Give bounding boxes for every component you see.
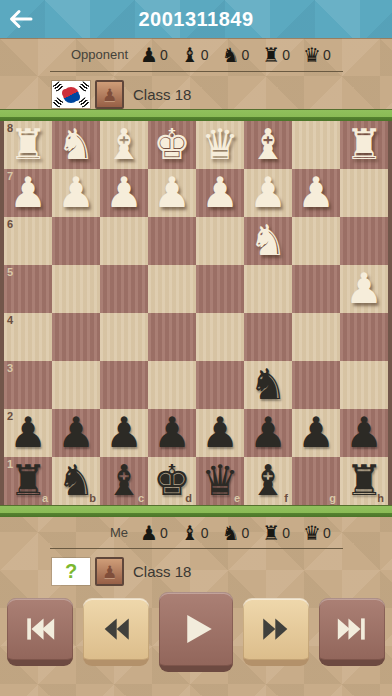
rewind-button[interactable] [83, 598, 149, 666]
pawn-avatar-icon: ♟ [102, 85, 117, 105]
square-c3[interactable] [100, 361, 148, 409]
square-h1[interactable]: h♜ [340, 457, 388, 505]
file-label: c [138, 492, 144, 504]
square-f1[interactable]: f♝ [244, 457, 292, 505]
me-captured-tray: ♟0♝0♞0♜0♛0 [140, 523, 331, 543]
captured-count: 0 [282, 525, 290, 541]
fast-forward-icon [258, 612, 294, 646]
file-label: b [89, 492, 96, 504]
square-b6[interactable] [52, 217, 100, 265]
square-g5[interactable] [292, 265, 340, 313]
square-a7[interactable]: 7♟ [4, 169, 52, 217]
skip-to-start-icon [22, 612, 58, 646]
rank-label: 1 [7, 458, 13, 470]
square-c7[interactable]: ♟ [100, 169, 148, 217]
piece-wP[interactable]: ♟ [9, 169, 47, 217]
square-c8[interactable]: ♝ [100, 121, 148, 169]
piece-bP[interactable]: ♟ [249, 409, 287, 457]
me-class-label: Class 18 [133, 563, 191, 580]
square-d3[interactable] [148, 361, 196, 409]
rook-icon: ♜ [262, 523, 280, 543]
piece-wR[interactable]: ♜ [9, 121, 47, 169]
square-f3[interactable]: ♞ [244, 361, 292, 409]
square-e2[interactable]: ♟ [196, 409, 244, 457]
square-b4[interactable] [52, 313, 100, 361]
square-g2[interactable]: ♟ [292, 409, 340, 457]
piece-bP[interactable]: ♟ [345, 409, 383, 457]
piece-wP[interactable]: ♟ [249, 169, 287, 217]
square-g7[interactable]: ♟ [292, 169, 340, 217]
square-d2[interactable]: ♟ [148, 409, 196, 457]
captured-rook: ♜0 [262, 523, 290, 543]
skip-to-start-button[interactable] [7, 598, 73, 666]
queen-icon: ♛ [303, 523, 321, 543]
flag-trigram [53, 97, 64, 107]
square-c5[interactable] [100, 265, 148, 313]
chess-app-screen: 2001311849 Opponent ♟0♝0♞0♜0♛0 ♟ Class 1… [0, 0, 392, 696]
piece-bN[interactable]: ♞ [249, 361, 287, 409]
queen-icon: ♛ [303, 45, 321, 65]
square-e4[interactable] [196, 313, 244, 361]
piece-wQ[interactable]: ♛ [201, 121, 239, 169]
file-label: f [284, 492, 288, 504]
rank-label: 7 [7, 170, 13, 182]
flag-trigram [79, 81, 90, 91]
captured-knight: ♞0 [221, 45, 249, 65]
square-h5[interactable]: ♟ [340, 265, 388, 313]
captured-count: 0 [201, 525, 209, 541]
opponent-avatar: ♟ [95, 80, 124, 109]
pawn-icon: ♟ [140, 45, 158, 65]
rewind-icon [98, 612, 134, 646]
square-c2[interactable]: ♟ [100, 409, 148, 457]
rank-label: 3 [7, 362, 13, 374]
me-avatar: ♟ [95, 557, 124, 586]
opponent-captured-row: Opponent ♟0♝0♞0♜0♛0 [0, 38, 392, 71]
square-a3[interactable]: 3 [4, 361, 52, 409]
square-f8[interactable]: ♝ [244, 121, 292, 169]
piece-wN[interactable]: ♞ [249, 217, 287, 265]
piece-wR[interactable]: ♜ [345, 121, 383, 169]
square-e3[interactable] [196, 361, 244, 409]
captured-count: 0 [160, 525, 168, 541]
replay-controls [0, 586, 392, 675]
bishop-icon: ♝ [181, 523, 199, 543]
square-g1[interactable]: g [292, 457, 340, 505]
rank-label: 2 [7, 410, 13, 422]
square-h2[interactable]: ♟ [340, 409, 388, 457]
opponent-captured-tray: ♟0♝0♞0♜0♛0 [140, 45, 331, 65]
square-a6[interactable]: 6 [4, 217, 52, 265]
piece-wB[interactable]: ♝ [105, 121, 143, 169]
square-g4[interactable] [292, 313, 340, 361]
piece-wN[interactable]: ♞ [57, 121, 95, 169]
square-e5[interactable] [196, 265, 244, 313]
board-bottom-border [0, 505, 392, 517]
square-e8[interactable]: ♛ [196, 121, 244, 169]
me-label: Me [48, 525, 128, 540]
play-button[interactable] [159, 592, 233, 672]
pawn-avatar-icon: ♟ [102, 562, 117, 582]
square-f4[interactable] [244, 313, 292, 361]
square-b7[interactable]: ♟ [52, 169, 100, 217]
fast-forward-button[interactable] [243, 598, 309, 666]
captured-queen: ♛0 [303, 45, 331, 65]
square-a1[interactable]: 1a♜ [4, 457, 52, 505]
rook-icon: ♜ [262, 45, 280, 65]
square-a2[interactable]: 2♟ [4, 409, 52, 457]
piece-wP[interactable]: ♟ [201, 169, 239, 217]
flag-trigram [79, 97, 90, 107]
square-b2[interactable]: ♟ [52, 409, 100, 457]
square-g8[interactable] [292, 121, 340, 169]
bishop-icon: ♝ [181, 45, 199, 65]
rank-label: 5 [7, 266, 13, 278]
flag-taegeuk [63, 87, 79, 103]
chess-board: 8♜♞♝♚♛♝♜7♟♟♟♟♟♟♟6♞5♟43♞2♟♟♟♟♟♟♟♟1a♜b♞c♝d… [4, 121, 388, 505]
square-b1[interactable]: b♞ [52, 457, 100, 505]
pawn-icon: ♟ [140, 523, 158, 543]
square-e6[interactable] [196, 217, 244, 265]
file-label: d [185, 492, 192, 504]
square-h3[interactable] [340, 361, 388, 409]
captured-count: 0 [241, 47, 249, 63]
opponent-class-label: Class 18 [133, 86, 191, 103]
unknown-flag-icon: ? [52, 558, 90, 585]
captured-queen: ♛0 [303, 523, 331, 543]
piece-bP[interactable]: ♟ [201, 409, 239, 457]
knight-icon: ♞ [221, 45, 239, 65]
square-a8[interactable]: 8♜ [4, 121, 52, 169]
piece-wB[interactable]: ♝ [249, 121, 287, 169]
square-h8[interactable]: ♜ [340, 121, 388, 169]
me-panel: Me ♟0♝0♞0♜0♛0 ? ♟ Class 18 [0, 517, 392, 586]
square-e7[interactable]: ♟ [196, 169, 244, 217]
captured-knight: ♞0 [221, 523, 249, 543]
south-korea-flag-icon [52, 81, 90, 108]
square-b5[interactable] [52, 265, 100, 313]
captured-count: 0 [160, 47, 168, 63]
file-label: a [42, 492, 48, 504]
piece-wP[interactable]: ♟ [57, 169, 95, 217]
me-captured-row: Me ♟0♝0♞0♜0♛0 [0, 517, 392, 548]
piece-wP[interactable]: ♟ [105, 169, 143, 217]
captured-count: 0 [323, 525, 331, 541]
knight-icon: ♞ [221, 523, 239, 543]
piece-bB[interactable]: ♝ [249, 457, 287, 505]
me-identity-row: ? ♟ Class 18 [0, 549, 392, 586]
square-d1[interactable]: d♚ [148, 457, 196, 505]
opponent-identity-row: ♟ Class 18 [0, 72, 392, 109]
captured-count: 0 [323, 47, 331, 63]
captured-bishop: ♝0 [181, 45, 209, 65]
board-frame: 8♜♞♝♚♛♝♜7♟♟♟♟♟♟♟6♞5♟43♞2♟♟♟♟♟♟♟♟1a♜b♞c♝d… [0, 121, 392, 505]
piece-bP[interactable]: ♟ [9, 409, 47, 457]
square-d8[interactable]: ♚ [148, 121, 196, 169]
skip-to-end-button[interactable] [319, 598, 385, 666]
captured-pawn: ♟0 [140, 45, 168, 65]
square-d6[interactable] [148, 217, 196, 265]
square-f2[interactable]: ♟ [244, 409, 292, 457]
square-f5[interactable] [244, 265, 292, 313]
captured-bishop: ♝0 [181, 523, 209, 543]
square-a5[interactable]: 5 [4, 265, 52, 313]
square-c4[interactable] [100, 313, 148, 361]
play-icon [175, 608, 217, 650]
square-f7[interactable]: ♟ [244, 169, 292, 217]
square-a4[interactable]: 4 [4, 313, 52, 361]
square-h7[interactable] [340, 169, 388, 217]
file-label: g [329, 492, 336, 504]
rank-label: 4 [7, 314, 13, 326]
captured-count: 0 [241, 525, 249, 541]
piece-bP[interactable]: ♟ [153, 409, 191, 457]
skip-to-end-icon [334, 612, 370, 646]
file-label: e [234, 492, 240, 504]
square-g6[interactable] [292, 217, 340, 265]
square-c6[interactable] [100, 217, 148, 265]
captured-rook: ♜0 [262, 45, 290, 65]
square-b3[interactable] [52, 361, 100, 409]
square-d5[interactable] [148, 265, 196, 313]
piece-wK[interactable]: ♚ [153, 121, 191, 169]
captured-count: 0 [282, 47, 290, 63]
square-b8[interactable]: ♞ [52, 121, 100, 169]
captured-count: 0 [201, 47, 209, 63]
piece-bP[interactable]: ♟ [297, 409, 335, 457]
square-f6[interactable]: ♞ [244, 217, 292, 265]
piece-wP[interactable]: ♟ [297, 169, 335, 217]
piece-bP[interactable]: ♟ [105, 409, 143, 457]
piece-wP[interactable]: ♟ [345, 265, 383, 313]
game-id-title: 2001311849 [0, 8, 392, 31]
square-c1[interactable]: c♝ [100, 457, 148, 505]
file-label: h [377, 492, 384, 504]
square-h4[interactable] [340, 313, 388, 361]
rank-label: 6 [7, 218, 13, 230]
square-h6[interactable] [340, 217, 388, 265]
opponent-label: Opponent [48, 47, 128, 62]
square-d4[interactable] [148, 313, 196, 361]
square-g3[interactable] [292, 361, 340, 409]
square-d7[interactable]: ♟ [148, 169, 196, 217]
piece-wP[interactable]: ♟ [153, 169, 191, 217]
captured-pawn: ♟0 [140, 523, 168, 543]
rank-label: 8 [7, 122, 13, 134]
piece-bP[interactable]: ♟ [57, 409, 95, 457]
square-e1[interactable]: e♛ [196, 457, 244, 505]
top-bar: 2001311849 [0, 0, 392, 38]
opponent-panel: Opponent ♟0♝0♞0♜0♛0 ♟ Class 18 [0, 38, 392, 109]
